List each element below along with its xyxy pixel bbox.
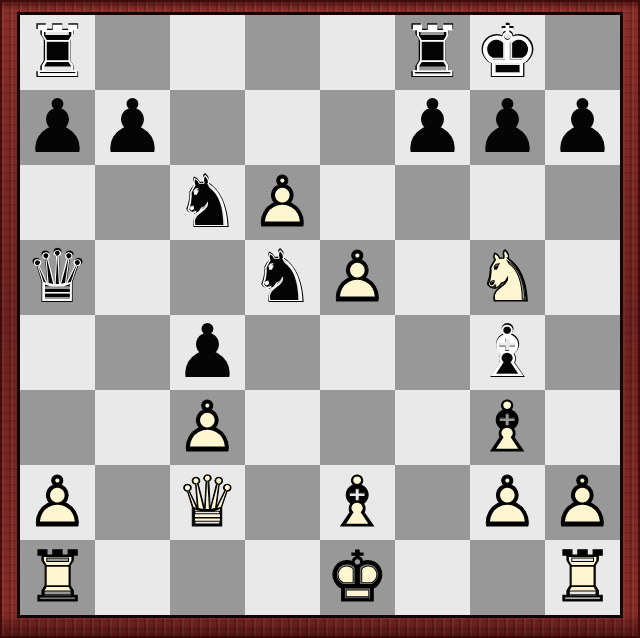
square-h4[interactable] (545, 315, 620, 390)
square-e1[interactable]: ♚♔ (320, 540, 395, 615)
piece-white-pawn[interactable]: ♟♙ (170, 390, 245, 465)
square-d6[interactable]: ♟♙ (245, 165, 320, 240)
piece-black-rook[interactable]: ♜♖ (20, 15, 95, 90)
square-b8[interactable] (95, 15, 170, 90)
square-d4[interactable] (245, 315, 320, 390)
piece-white-queen[interactable]: ♛♕ (170, 465, 245, 540)
square-a1[interactable]: ♜♖ (20, 540, 95, 615)
square-c3[interactable]: ♟♙ (170, 390, 245, 465)
piece-white-pawn[interactable]: ♟♙ (470, 465, 545, 540)
piece-white-knight[interactable]: ♞♘ (470, 240, 545, 315)
square-f1[interactable] (395, 540, 470, 615)
square-c5[interactable] (170, 240, 245, 315)
square-c2[interactable]: ♛♕ (170, 465, 245, 540)
board-inner-border: ♜♖♜♖♚♔♟♟♟♟♟♞♘♟♙♛♕♞♘♟♙♞♘♟♝♗♟♙♝♗♟♙♛♕♝♗♟♙♟♙… (17, 12, 623, 618)
piece-white-king[interactable]: ♚♔ (320, 540, 395, 615)
square-e3[interactable] (320, 390, 395, 465)
square-d8[interactable] (245, 15, 320, 90)
square-e8[interactable] (320, 15, 395, 90)
square-c4[interactable]: ♟ (170, 315, 245, 390)
square-b6[interactable] (95, 165, 170, 240)
square-a5[interactable]: ♛♕ (20, 240, 95, 315)
square-g7[interactable]: ♟ (470, 90, 545, 165)
square-g6[interactable] (470, 165, 545, 240)
square-h5[interactable] (545, 240, 620, 315)
piece-white-bishop[interactable]: ♝♗ (320, 465, 395, 540)
square-d2[interactable] (245, 465, 320, 540)
square-g2[interactable]: ♟♙ (470, 465, 545, 540)
square-e2[interactable]: ♝♗ (320, 465, 395, 540)
piece-white-rook[interactable]: ♜♖ (20, 540, 95, 615)
piece-black-pawn[interactable]: ♟ (470, 90, 545, 165)
piece-white-pawn[interactable]: ♟♙ (20, 465, 95, 540)
square-e6[interactable] (320, 165, 395, 240)
square-f6[interactable] (395, 165, 470, 240)
piece-black-pawn[interactable]: ♟ (395, 90, 470, 165)
piece-white-pawn[interactable]: ♟♙ (245, 165, 320, 240)
piece-white-pawn[interactable]: ♟♙ (545, 465, 620, 540)
square-a2[interactable]: ♟♙ (20, 465, 95, 540)
square-d7[interactable] (245, 90, 320, 165)
square-b4[interactable] (95, 315, 170, 390)
square-e5[interactable]: ♟♙ (320, 240, 395, 315)
square-f5[interactable] (395, 240, 470, 315)
square-d5[interactable]: ♞♘ (245, 240, 320, 315)
square-h3[interactable] (545, 390, 620, 465)
square-e4[interactable] (320, 315, 395, 390)
piece-black-knight[interactable]: ♞♘ (245, 240, 320, 315)
square-a8[interactable]: ♜♖ (20, 15, 95, 90)
square-d3[interactable] (245, 390, 320, 465)
square-f2[interactable] (395, 465, 470, 540)
square-b2[interactable] (95, 465, 170, 540)
wooden-frame: ♜♖♜♖♚♔♟♟♟♟♟♞♘♟♙♛♕♞♘♟♙♞♘♟♝♗♟♙♝♗♟♙♛♕♝♗♟♙♟♙… (0, 0, 640, 638)
square-h8[interactable] (545, 15, 620, 90)
chess-board: ♜♖♜♖♚♔♟♟♟♟♟♞♘♟♙♛♕♞♘♟♙♞♘♟♝♗♟♙♝♗♟♙♛♕♝♗♟♙♟♙… (20, 15, 620, 615)
piece-black-pawn[interactable]: ♟ (20, 90, 95, 165)
square-g8[interactable]: ♚♔ (470, 15, 545, 90)
square-b5[interactable] (95, 240, 170, 315)
piece-black-king[interactable]: ♚♔ (470, 15, 545, 90)
square-b3[interactable] (95, 390, 170, 465)
square-f3[interactable] (395, 390, 470, 465)
square-b1[interactable] (95, 540, 170, 615)
square-a4[interactable] (20, 315, 95, 390)
square-c8[interactable] (170, 15, 245, 90)
square-f8[interactable]: ♜♖ (395, 15, 470, 90)
square-a6[interactable] (20, 165, 95, 240)
piece-black-queen[interactable]: ♛♕ (20, 240, 95, 315)
square-c6[interactable]: ♞♘ (170, 165, 245, 240)
square-f4[interactable] (395, 315, 470, 390)
square-g5[interactable]: ♞♘ (470, 240, 545, 315)
square-f7[interactable]: ♟ (395, 90, 470, 165)
square-h7[interactable]: ♟ (545, 90, 620, 165)
piece-white-pawn[interactable]: ♟♙ (320, 240, 395, 315)
square-g1[interactable] (470, 540, 545, 615)
square-a3[interactable] (20, 390, 95, 465)
square-h2[interactable]: ♟♙ (545, 465, 620, 540)
square-a7[interactable]: ♟ (20, 90, 95, 165)
piece-white-rook[interactable]: ♜♖ (545, 540, 620, 615)
piece-black-rook[interactable]: ♜♖ (395, 15, 470, 90)
square-d1[interactable] (245, 540, 320, 615)
square-c7[interactable] (170, 90, 245, 165)
piece-black-knight[interactable]: ♞♘ (170, 165, 245, 240)
square-g4[interactable]: ♝♗ (470, 315, 545, 390)
square-e7[interactable] (320, 90, 395, 165)
piece-black-bishop[interactable]: ♝♗ (470, 315, 545, 390)
piece-white-bishop[interactable]: ♝♗ (470, 390, 545, 465)
square-b7[interactable]: ♟ (95, 90, 170, 165)
piece-black-pawn[interactable]: ♟ (545, 90, 620, 165)
piece-black-pawn[interactable]: ♟ (170, 315, 245, 390)
square-h6[interactable] (545, 165, 620, 240)
square-h1[interactable]: ♜♖ (545, 540, 620, 615)
piece-black-pawn[interactable]: ♟ (95, 90, 170, 165)
square-c1[interactable] (170, 540, 245, 615)
square-g3[interactable]: ♝♗ (470, 390, 545, 465)
